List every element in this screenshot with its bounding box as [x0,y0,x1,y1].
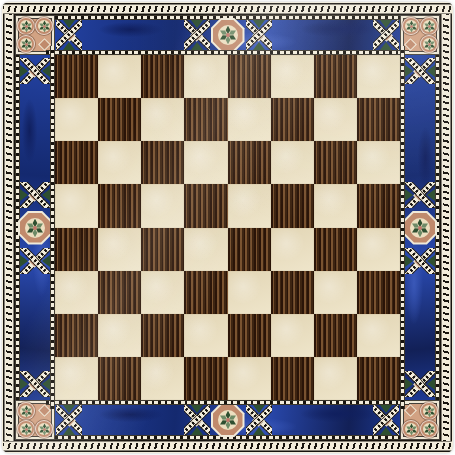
board [55,55,400,400]
chessboard-photo [0,0,455,455]
square-d4[interactable] [184,228,227,271]
square-a8[interactable] [55,55,98,98]
square-h5[interactable] [357,184,400,227]
x-motif [405,58,435,84]
star-rosette-icon [17,35,35,53]
zigzag-border-right [440,14,452,441]
square-b3[interactable] [98,271,141,314]
square-f4[interactable] [271,228,314,271]
square-g4[interactable] [314,228,357,271]
square-d6[interactable] [184,141,227,184]
square-d8[interactable] [184,55,227,98]
board-frame [2,2,453,453]
square-c8[interactable] [141,55,184,98]
square-e4[interactable] [228,228,271,271]
square-e3[interactable] [228,271,271,314]
square-a4[interactable] [55,228,98,271]
inlay-diamond-icon [40,406,50,416]
square-h8[interactable] [357,55,400,98]
x-motif [20,371,50,397]
x-motif [56,20,82,50]
lapis-panel-right [405,55,435,400]
square-c2[interactable] [141,314,184,357]
square-e8[interactable] [228,55,271,98]
square-h3[interactable] [357,271,400,314]
star-rosette-icon [402,17,420,35]
square-b7[interactable] [98,98,141,141]
dash-strip-outer-right [435,55,440,400]
square-d5[interactable] [184,184,227,227]
square-f2[interactable] [271,314,314,357]
zigzag-border-top [3,3,452,15]
star-rosette-icon [402,420,420,438]
square-a6[interactable] [55,141,98,184]
square-e1[interactable] [228,357,271,400]
inlay-diamond-icon [406,406,416,416]
square-f3[interactable] [271,271,314,314]
square-c7[interactable] [141,98,184,141]
square-h4[interactable] [357,228,400,271]
star-rosette-icon [420,420,438,438]
x-motif [56,405,82,435]
x-motif [373,20,399,50]
square-b2[interactable] [98,314,141,357]
square-g7[interactable] [314,98,357,141]
square-e5[interactable] [228,184,271,227]
square-a7[interactable] [55,98,98,141]
square-e7[interactable] [228,98,271,141]
square-c4[interactable] [141,228,184,271]
square-h1[interactable] [357,357,400,400]
lapis-panel-bottom [55,405,400,435]
corner-medallion-bottom-left [15,400,55,440]
star-rosette-icon [35,420,53,438]
square-g5[interactable] [314,184,357,227]
dash-strip-inner-bottom [46,400,409,405]
square-b5[interactable] [98,184,141,227]
square-a3[interactable] [55,271,98,314]
square-c1[interactable] [141,357,184,400]
square-h7[interactable] [357,98,400,141]
square-h2[interactable] [357,314,400,357]
star-rosette-icon [420,17,438,35]
square-d7[interactable] [184,98,227,141]
lapis-panel-top [55,20,400,50]
star-rosette-icon [420,402,438,420]
corner-medallion-bottom-right [400,400,440,440]
square-c3[interactable] [141,271,184,314]
star-rosette-icon [420,35,438,53]
square-f5[interactable] [271,184,314,227]
square-g3[interactable] [314,271,357,314]
dash-strip-inner-right [400,46,405,409]
dash-strip-outer-bottom [55,435,400,440]
x-motif [405,371,435,397]
zigzag-border-bottom [3,440,452,452]
square-b4[interactable] [98,228,141,271]
square-a5[interactable] [55,184,98,227]
square-h6[interactable] [357,141,400,184]
inlay-diamond-icon [40,40,50,50]
star-rosette-icon [17,420,35,438]
square-f7[interactable] [271,98,314,141]
square-a2[interactable] [55,314,98,357]
square-g6[interactable] [314,141,357,184]
square-c6[interactable] [141,141,184,184]
zigzag-border-left [3,14,15,441]
x-motif [373,405,399,435]
square-d1[interactable] [184,357,227,400]
square-f1[interactable] [271,357,314,400]
square-d3[interactable] [184,271,227,314]
square-a1[interactable] [55,357,98,400]
x-motif [20,58,50,84]
square-b8[interactable] [98,55,141,98]
star-rosette-icon [17,402,35,420]
square-f6[interactable] [271,141,314,184]
square-e2[interactable] [228,314,271,357]
square-e6[interactable] [228,141,271,184]
star-rosette-icon [17,17,35,35]
corner-medallion-top-right [400,15,440,55]
square-g8[interactable] [314,55,357,98]
lapis-panel-left [20,55,50,400]
square-g2[interactable] [314,314,357,357]
star-rosette-icon [35,17,53,35]
square-c5[interactable] [141,184,184,227]
square-g1[interactable] [314,357,357,400]
square-d2[interactable] [184,314,227,357]
square-b6[interactable] [98,141,141,184]
square-b1[interactable] [98,357,141,400]
inlay-diamond-icon [406,40,416,50]
corner-medallion-top-left [15,15,55,55]
square-f8[interactable] [271,55,314,98]
